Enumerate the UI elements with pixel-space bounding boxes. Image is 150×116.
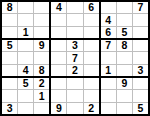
cell-r1c5[interactable] [67,2,82,13]
cell-r6c8[interactable] [117,65,132,76]
cell-r1c7[interactable] [101,2,116,13]
cell-r8c7[interactable] [101,90,116,101]
cell-r8c3[interactable]: 1 [34,90,49,101]
cell-r4c9[interactable] [133,40,148,51]
cell-r6c4[interactable] [51,65,66,76]
cell-r8c9[interactable] [133,90,148,101]
cell-r8c8[interactable] [117,90,132,101]
cell-r9c4[interactable]: 9 [51,103,66,114]
cell-r6c3[interactable]: 8 [34,65,49,76]
cell-r7c9[interactable] [133,78,148,89]
cell-r5c6[interactable] [84,52,99,63]
cell-r3c1[interactable] [2,27,17,38]
cell-r9c7[interactable] [101,103,116,114]
cell-r7c1[interactable] [2,78,17,89]
cell-r4c4[interactable] [51,40,66,51]
cell-r5c9[interactable] [133,52,148,63]
cell-r3c2[interactable]: 1 [18,27,33,38]
cell-r6c5[interactable]: 2 [67,65,82,76]
sudoku-board: 814674655948372781352139295 [0,0,150,116]
cell-r3c8[interactable]: 5 [117,27,132,38]
cell-r3c3[interactable] [34,27,49,38]
cell-r2c2[interactable] [18,14,33,25]
cell-r1c4[interactable]: 4 [51,2,66,13]
cell-r6c9[interactable]: 3 [133,65,148,76]
cell-r5c1[interactable] [2,52,17,63]
cell-r1c9[interactable]: 7 [133,2,148,13]
cell-r7c5[interactable] [67,78,82,89]
sudoku-box-9: 95 [101,78,148,114]
cell-r2c9[interactable] [133,14,148,25]
cell-r2c5[interactable] [67,14,82,25]
cell-r3c5[interactable] [67,27,82,38]
cell-r3c6[interactable] [84,27,99,38]
sudoku-box-1: 81 [2,2,49,38]
cell-r4c1[interactable]: 5 [2,40,17,51]
sudoku-box-5: 372 [51,40,98,76]
cell-r1c3[interactable] [34,2,49,13]
cell-r9c6[interactable]: 2 [84,103,99,114]
cell-r2c3[interactable] [34,14,49,25]
sudoku-box-2: 46 [51,2,98,38]
cell-r9c3[interactable] [34,103,49,114]
cell-r8c4[interactable] [51,90,66,101]
cell-r3c7[interactable]: 6 [101,27,116,38]
cell-r7c3[interactable]: 2 [34,78,49,89]
cell-r1c2[interactable] [18,2,33,13]
cell-r5c7[interactable] [101,52,116,63]
cell-r6c6[interactable] [84,65,99,76]
cell-r9c1[interactable]: 3 [2,103,17,114]
cell-r8c5[interactable] [67,90,82,101]
cell-r5c8[interactable] [117,52,132,63]
sudoku-box-8: 92 [51,78,98,114]
cell-r3c4[interactable] [51,27,66,38]
cell-r7c2[interactable]: 5 [18,78,33,89]
cell-r7c7[interactable] [101,78,116,89]
cell-r4c5[interactable]: 3 [67,40,82,51]
cell-r2c1[interactable] [2,14,17,25]
cell-r4c7[interactable]: 7 [101,40,116,51]
cell-r2c8[interactable] [117,14,132,25]
cell-r5c5[interactable]: 7 [67,52,82,63]
cell-r9c5[interactable] [67,103,82,114]
cell-r1c1[interactable]: 8 [2,2,17,13]
cell-r4c6[interactable] [84,40,99,51]
cell-r4c8[interactable]: 8 [117,40,132,51]
cell-r2c7[interactable]: 4 [101,14,116,25]
cell-r2c4[interactable] [51,14,66,25]
cell-r8c2[interactable] [18,90,33,101]
cell-r1c8[interactable] [117,2,132,13]
sudoku-box-4: 5948 [2,40,49,76]
sudoku-box-3: 7465 [101,2,148,38]
cell-r8c1[interactable] [2,90,17,101]
cell-r3c9[interactable] [133,27,148,38]
cell-r7c6[interactable] [84,78,99,89]
cell-r6c7[interactable]: 1 [101,65,116,76]
cell-r6c1[interactable] [2,65,17,76]
cell-r9c8[interactable] [117,103,132,114]
cell-r5c2[interactable] [18,52,33,63]
cell-r7c4[interactable] [51,78,66,89]
cell-r5c4[interactable] [51,52,66,63]
cell-r9c2[interactable] [18,103,33,114]
sudoku-box-6: 7813 [101,40,148,76]
cell-r1c6[interactable]: 6 [84,2,99,13]
cell-r2c6[interactable] [84,14,99,25]
sudoku-box-7: 5213 [2,78,49,114]
cell-r7c8[interactable]: 9 [117,78,132,89]
cell-r4c3[interactable]: 9 [34,40,49,51]
cell-r8c6[interactable] [84,90,99,101]
cell-r6c2[interactable]: 4 [18,65,33,76]
cell-r5c3[interactable] [34,52,49,63]
cell-r4c2[interactable] [18,40,33,51]
cell-r9c9[interactable]: 5 [133,103,148,114]
